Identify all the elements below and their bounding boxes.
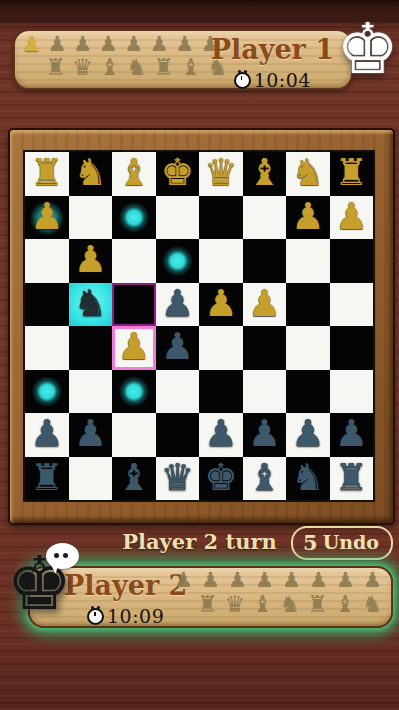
square-r4c3[interactable]	[112, 283, 156, 327]
player1-panel: ♟♟♟♟♟♟♟♟ ♜♛♝♞♜♝♞ Player 1 10:04	[13, 29, 353, 90]
tray-B-silhouette: ♝	[177, 56, 204, 79]
square-r2c4[interactable]	[156, 196, 200, 240]
piece-bP[interactable]: ♟	[30, 415, 63, 452]
piece-wQ[interactable]: ♛	[204, 154, 237, 191]
piece-wB[interactable]: ♝	[117, 154, 150, 191]
square-r7c3[interactable]	[112, 413, 156, 457]
chat-bubble-icon[interactable]	[46, 543, 79, 569]
piece-bP[interactable]: ♟	[291, 415, 324, 452]
square-r8c2[interactable]	[69, 457, 113, 501]
square-r8c8[interactable]: ♜	[330, 457, 374, 501]
tray-R-silhouette: ♜	[150, 56, 177, 79]
square-r7c2[interactable]: ♟	[69, 413, 113, 457]
square-r1c6[interactable]: ♝	[243, 152, 287, 196]
square-r7c4[interactable]	[156, 413, 200, 457]
square-r2c7[interactable]: ♟	[286, 196, 330, 240]
tray-Q-silhouette: ♛	[69, 56, 96, 79]
tray-R-silhouette: ♜	[304, 593, 332, 616]
square-r1c8[interactable]: ♜	[330, 152, 374, 196]
square-r3c8[interactable]	[330, 239, 374, 283]
tray-pawn-silhouette: ♟	[332, 570, 359, 591]
square-r8c7[interactable]: ♞	[286, 457, 330, 501]
square-r4c8[interactable]	[330, 283, 374, 327]
square-r6c3[interactable]	[112, 370, 156, 414]
square-r5c6[interactable]	[243, 326, 287, 370]
player1-clock: 10:04	[254, 69, 311, 91]
piece-bP[interactable]: ♟	[335, 415, 368, 452]
undo-label: Undo	[323, 531, 379, 553]
square-r7c6[interactable]: ♟	[243, 413, 287, 457]
tray-Q-silhouette: ♛	[221, 593, 249, 616]
piece-wR[interactable]: ♜	[30, 154, 63, 191]
square-r5c2[interactable]	[69, 326, 113, 370]
tray-pawn-captured: ♟	[19, 34, 45, 55]
tray-R-silhouette: ♜	[42, 56, 69, 79]
square-r3c7[interactable]	[286, 239, 330, 283]
tray-pawn-silhouette: ♟	[121, 34, 147, 55]
piece-wB[interactable]: ♝	[248, 154, 281, 191]
piece-bN[interactable]: ♞	[74, 285, 107, 322]
square-r7c8[interactable]: ♟	[330, 413, 374, 457]
square-r2c2[interactable]	[69, 196, 113, 240]
undo-button[interactable]: 5 Undo	[291, 526, 393, 560]
square-r1c3[interactable]: ♝	[112, 152, 156, 196]
square-r3c2[interactable]: ♟	[69, 239, 113, 283]
square-r6c5[interactable]	[199, 370, 243, 414]
square-r2c5[interactable]	[199, 196, 243, 240]
tray-R-silhouette: ♜	[194, 593, 222, 616]
piece-wN[interactable]: ♞	[291, 154, 324, 191]
piece-wK[interactable]: ♚	[161, 154, 194, 191]
square-r4c6[interactable]: ♟	[243, 283, 287, 327]
square-r5c5[interactable]	[199, 326, 243, 370]
player2-name: Player 2	[64, 572, 187, 599]
tray-pawn-silhouette: ♟	[172, 34, 198, 55]
player2-clock: 10:09	[107, 605, 164, 627]
square-r6c4[interactable]	[156, 370, 200, 414]
chess-board[interactable]: ♜♞♝♚♛♝♞♜♟♟♟♟♞♟♟♟♟♟♟♟♟♟♟♟♜♝♛♚♝♞♜	[25, 152, 373, 500]
square-r1c2[interactable]: ♞	[69, 152, 113, 196]
square-r5c8[interactable]	[330, 326, 374, 370]
square-r6c7[interactable]	[286, 370, 330, 414]
square-r4c4[interactable]: ♟	[156, 283, 200, 327]
tray-pawn-silhouette: ♟	[147, 34, 173, 55]
square-r8c5[interactable]: ♚	[199, 457, 243, 501]
square-r6c1[interactable]	[25, 370, 69, 414]
white-king-icon: ♚	[336, 14, 399, 84]
piece-bK[interactable]: ♚	[204, 459, 237, 496]
alarm-clock-icon	[87, 608, 104, 625]
square-r8c1[interactable]: ♜	[25, 457, 69, 501]
piece-bP[interactable]: ♟	[161, 285, 194, 322]
piece-wP[interactable]: ♟	[291, 198, 324, 235]
piece-wP[interactable]: ♟	[117, 328, 150, 365]
square-r7c5[interactable]: ♟	[199, 413, 243, 457]
square-r8c4[interactable]: ♛	[156, 457, 200, 501]
piece-wP[interactable]: ♟	[204, 285, 237, 322]
tray-pawn-silhouette: ♟	[170, 570, 197, 591]
tray-B-silhouette: ♝	[96, 56, 123, 79]
piece-wP[interactable]: ♟	[30, 198, 63, 235]
board-frame: ♜♞♝♚♛♝♞♜♟♟♟♟♞♟♟♟♟♟♟♟♟♟♟♟♜♝♛♚♝♞♜	[8, 128, 395, 525]
piece-bB[interactable]: ♝	[248, 459, 281, 496]
piece-bP[interactable]: ♟	[248, 415, 281, 452]
player1-captured-pawns-tray: ♟♟♟♟♟♟♟♟	[19, 34, 223, 55]
square-r6c6[interactable]	[243, 370, 287, 414]
tray-pawn-silhouette: ♟	[359, 570, 386, 591]
piece-wN[interactable]: ♞	[74, 154, 107, 191]
square-r2c8[interactable]: ♟	[330, 196, 374, 240]
player1-name: Player 1	[211, 36, 334, 63]
square-r2c1[interactable]: ♟	[25, 196, 69, 240]
alarm-clock-icon	[234, 72, 251, 89]
tray-pawn-silhouette: ♟	[197, 570, 224, 591]
square-r3c4[interactable]	[156, 239, 200, 283]
square-r3c1[interactable]	[25, 239, 69, 283]
square-r5c7[interactable]	[286, 326, 330, 370]
player2-panel: Player 2 10:09 ♟♟♟♟♟♟♟♟ ♜♛♝♞♜♝♞	[28, 566, 393, 628]
player2-captured-pawns-tray: ♟♟♟♟♟♟♟♟	[170, 570, 386, 591]
square-r5c3[interactable]: ♟	[112, 326, 156, 370]
tray-pawn-silhouette: ♟	[96, 34, 122, 55]
tray-pawn-silhouette: ♟	[45, 34, 71, 55]
piece-bP[interactable]: ♟	[161, 328, 194, 365]
square-r4c1[interactable]	[25, 283, 69, 327]
player1-captured-pieces-tray: ♜♛♝♞♜♝♞	[42, 56, 231, 79]
square-r1c7[interactable]: ♞	[286, 152, 330, 196]
square-r4c5[interactable]: ♟	[199, 283, 243, 327]
square-r2c3[interactable]	[112, 196, 156, 240]
tray-N-silhouette: ♞	[276, 593, 304, 616]
tray-N-silhouette: ♞	[359, 593, 387, 616]
square-r1c5[interactable]: ♛	[199, 152, 243, 196]
square-r1c4[interactable]: ♚	[156, 152, 200, 196]
square-r4c2[interactable]: ♞	[69, 283, 113, 327]
square-r3c5[interactable]	[199, 239, 243, 283]
square-r7c7[interactable]: ♟	[286, 413, 330, 457]
tray-B-silhouette: ♝	[249, 593, 277, 616]
piece-wP[interactable]: ♟	[335, 198, 368, 235]
tray-pawn-silhouette: ♟	[251, 570, 278, 591]
tray-pawn-silhouette: ♟	[278, 570, 305, 591]
square-r3c3[interactable]	[112, 239, 156, 283]
tray-pawn-silhouette: ♟	[224, 570, 251, 591]
square-r4c7[interactable]	[286, 283, 330, 327]
square-r7c1[interactable]: ♟	[25, 413, 69, 457]
undo-count: 5	[303, 530, 318, 555]
square-r5c4[interactable]: ♟	[156, 326, 200, 370]
tray-pawn-silhouette: ♟	[70, 34, 96, 55]
square-r5c1[interactable]	[25, 326, 69, 370]
tray-pawn-silhouette: ♟	[305, 570, 332, 591]
piece-wR[interactable]: ♜	[335, 154, 368, 191]
square-r3c6[interactable]	[243, 239, 287, 283]
square-r6c2[interactable]	[69, 370, 113, 414]
piece-wP[interactable]: ♟	[248, 285, 281, 322]
tray-N-silhouette: ♞	[123, 56, 150, 79]
square-r8c6[interactable]: ♝	[243, 457, 287, 501]
square-r6c8[interactable]	[330, 370, 374, 414]
piece-bB[interactable]: ♝	[117, 459, 150, 496]
piece-bN[interactable]: ♞	[291, 459, 324, 496]
player2-captured-pieces-tray: ♜♛♝♞♜♝♞	[194, 593, 387, 616]
square-r8c3[interactable]: ♝	[112, 457, 156, 501]
square-r1c1[interactable]: ♜	[25, 152, 69, 196]
tray-B-silhouette: ♝	[331, 593, 359, 616]
piece-bR[interactable]: ♜	[335, 459, 368, 496]
piece-bR[interactable]: ♜	[30, 459, 63, 496]
piece-bP[interactable]: ♟	[74, 415, 107, 452]
square-r2c6[interactable]	[243, 196, 287, 240]
piece-bQ[interactable]: ♛	[161, 459, 194, 496]
piece-wP[interactable]: ♟	[74, 241, 107, 278]
piece-bP[interactable]: ♟	[204, 415, 237, 452]
